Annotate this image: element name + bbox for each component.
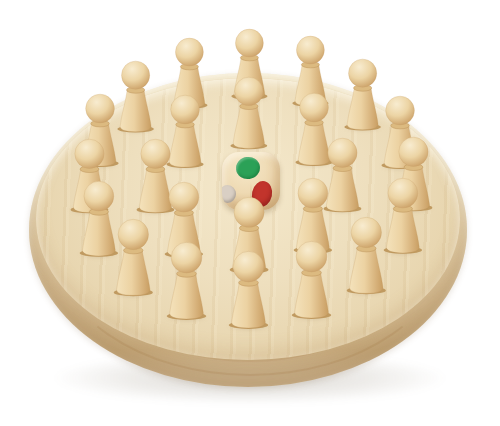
wooden-peg-pawn-outer-90[interactable]	[225, 249, 272, 330]
wooden-peg-pawn-outer-67[interactable]	[288, 239, 335, 320]
product-photo-stage	[0, 0, 500, 426]
wooden-peg-pawn-outer-45[interactable]	[343, 215, 390, 295]
wooden-peg-pawn-inner-270[interactable]	[227, 75, 271, 150]
die-dot-green	[235, 155, 262, 180]
wooden-peg-pawn-outer-135[interactable]	[110, 217, 157, 297]
pegs-layer	[0, 0, 500, 426]
wooden-peg-pawn-outer-112[interactable]	[163, 240, 210, 321]
